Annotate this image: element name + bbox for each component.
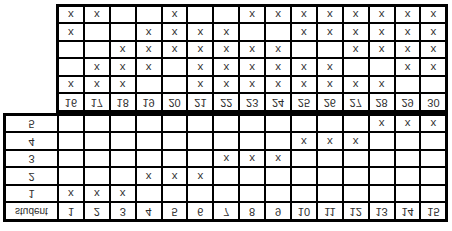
mark-cell: x [291, 133, 317, 151]
col-header: 30 [420, 94, 446, 112]
mark-cell: x [265, 76, 291, 94]
col-header: 27 [343, 94, 369, 112]
mark-cell: x [162, 6, 188, 24]
empty-cell [136, 76, 162, 94]
empty-cell [84, 150, 110, 168]
mark-cell: x [369, 76, 395, 94]
mirrored-table-wrapper: student1234567891011121314151xxx2xxx3xxx… [0, 0, 452, 231]
col-header: 9 [265, 203, 291, 221]
empty-cell [317, 115, 343, 133]
empty-cell [343, 150, 369, 168]
col-header: 1 [58, 203, 84, 221]
empty-cell [187, 185, 213, 203]
empty-cell [291, 41, 317, 59]
mark-cell: x [317, 6, 343, 24]
empty-cell [187, 115, 213, 133]
empty-cell [369, 150, 395, 168]
col-header: 28 [369, 94, 395, 112]
empty-cell [395, 168, 421, 186]
empty-cell [317, 185, 343, 203]
empty-cell [213, 168, 239, 186]
mark-cell: x [58, 76, 84, 94]
scanned-tally-table-image: student1234567891011121314151xxx2xxx3xxx… [0, 0, 452, 231]
mark-cell: x [291, 59, 317, 77]
empty-cell [420, 133, 446, 151]
empty-cell [239, 24, 265, 42]
empty-cell [369, 185, 395, 203]
mark-cell: x [239, 59, 265, 77]
mark-cell: x [84, 185, 110, 203]
mark-cell: x [58, 24, 84, 42]
mark-cell: x [369, 24, 395, 42]
empty-cell [187, 6, 213, 24]
empty-cell [136, 115, 162, 133]
mark-cell: x [265, 59, 291, 77]
col-header: 8 [239, 203, 265, 221]
empty-cell [162, 150, 188, 168]
empty-cell [213, 133, 239, 151]
empty-cell [162, 115, 188, 133]
mark-cell: x [343, 24, 369, 42]
mark-cell: x [84, 6, 110, 24]
mark-cell: x [239, 41, 265, 59]
mark-cell: x [136, 41, 162, 59]
mark-cell: x [239, 76, 265, 94]
mark-cell: x [162, 24, 188, 42]
col-header: 3 [110, 203, 136, 221]
empty-cell [343, 168, 369, 186]
mark-cell: x [110, 41, 136, 59]
empty-cell [162, 185, 188, 203]
empty-cell [317, 41, 343, 59]
empty-cell [110, 150, 136, 168]
mark-cell: x [84, 76, 110, 94]
empty-cell [395, 185, 421, 203]
empty-cell [317, 150, 343, 168]
empty-cell [265, 24, 291, 42]
empty-cell [58, 41, 84, 59]
mark-cell: x [395, 59, 421, 77]
mark-cell: x [84, 59, 110, 77]
empty-cell [136, 6, 162, 24]
empty-cell [110, 133, 136, 151]
empty-cell [84, 24, 110, 42]
empty-cell [317, 168, 343, 186]
mark-cell: x [420, 115, 446, 133]
col-header: 7 [213, 203, 239, 221]
mark-cell: x [110, 59, 136, 77]
mark-cell: x [317, 76, 343, 94]
mark-cell: x [369, 115, 395, 133]
empty-cell [343, 59, 369, 77]
mark-cell: x [187, 168, 213, 186]
empty-cell [84, 115, 110, 133]
section-students-1-15: student1234567891011121314151xxx2xxx3xxx… [3, 113, 448, 222]
mark-cell: x [317, 133, 343, 151]
row-label: 2 [5, 168, 58, 186]
empty-cell [420, 168, 446, 186]
empty-cell [187, 150, 213, 168]
empty-cell [395, 150, 421, 168]
col-header: 5 [162, 203, 188, 221]
empty-cell [162, 59, 188, 77]
empty-cell [110, 24, 136, 42]
mark-cell: x [265, 41, 291, 59]
row-label: 3 [5, 150, 58, 168]
col-header: 25 [291, 94, 317, 112]
mark-cell: x [291, 6, 317, 24]
empty-cell [369, 168, 395, 186]
empty-cell [213, 185, 239, 203]
row-label: 1 [5, 185, 58, 203]
corner-label: student [5, 203, 58, 221]
mark-cell: x [213, 150, 239, 168]
mark-cell: x [239, 6, 265, 24]
col-header: 11 [317, 203, 343, 221]
col-header: 15 [420, 203, 446, 221]
empty-cell [110, 115, 136, 133]
empty-cell [136, 185, 162, 203]
empty-cell [58, 150, 84, 168]
row-label: 5 [5, 115, 58, 133]
col-header: 23 [239, 94, 265, 112]
mark-cell: x [343, 41, 369, 59]
mark-cell: x [395, 41, 421, 59]
mark-cell: x [291, 76, 317, 94]
empty-cell [265, 185, 291, 203]
col-header: 10 [291, 203, 317, 221]
mark-cell: x [369, 6, 395, 24]
empty-cell [265, 115, 291, 133]
empty-cell [291, 168, 317, 186]
empty-cell [420, 76, 446, 94]
mark-cell: x [420, 6, 446, 24]
empty-cell [239, 168, 265, 186]
mark-cell: x [317, 59, 343, 77]
mark-cell: x [420, 59, 446, 77]
col-header: 26 [317, 94, 343, 112]
empty-cell [291, 150, 317, 168]
mark-cell: x [58, 185, 84, 203]
col-header: 20 [162, 94, 188, 112]
mark-cell: x [187, 76, 213, 94]
mark-cell: x [239, 150, 265, 168]
mark-cell: x [343, 76, 369, 94]
mark-cell: x [343, 6, 369, 24]
mark-cell: x [395, 6, 421, 24]
empty-cell [84, 41, 110, 59]
empty-cell [265, 168, 291, 186]
col-header: 17 [84, 94, 110, 112]
empty-cell [265, 133, 291, 151]
col-header: 4 [136, 203, 162, 221]
mark-cell: x [213, 76, 239, 94]
mark-cell: x [162, 168, 188, 186]
mark-cell: x [213, 24, 239, 42]
col-header: 6 [187, 203, 213, 221]
empty-cell [136, 150, 162, 168]
empty-cell [162, 133, 188, 151]
mark-cell: x [343, 133, 369, 151]
mark-cell: x [136, 168, 162, 186]
empty-cell [239, 133, 265, 151]
empty-cell [343, 185, 369, 203]
empty-cell [239, 115, 265, 133]
mark-cell: x [420, 41, 446, 59]
empty-cell [58, 133, 84, 151]
mark-cell: x [265, 150, 291, 168]
empty-cell [162, 76, 188, 94]
empty-cell [239, 185, 265, 203]
empty-cell [369, 59, 395, 77]
empty-cell [343, 115, 369, 133]
mark-cell: x [317, 24, 343, 42]
empty-cell [291, 185, 317, 203]
empty-cell [369, 133, 395, 151]
mark-cell: x [110, 185, 136, 203]
col-header: 21 [187, 94, 213, 112]
empty-cell [291, 115, 317, 133]
col-header: 24 [265, 94, 291, 112]
col-header: 13 [369, 203, 395, 221]
mark-cell: x [110, 76, 136, 94]
col-header: 29 [395, 94, 421, 112]
empty-cell [395, 133, 421, 151]
empty-cell [84, 168, 110, 186]
empty-cell [58, 115, 84, 133]
mark-cell: x [291, 24, 317, 42]
mark-cell: x [369, 41, 395, 59]
mark-cell: x [136, 59, 162, 77]
empty-cell [84, 133, 110, 151]
col-header: 14 [395, 203, 421, 221]
mark-cell: x [58, 6, 84, 24]
empty-cell [110, 168, 136, 186]
empty-cell [420, 150, 446, 168]
empty-cell [420, 185, 446, 203]
col-header: 16 [58, 94, 84, 112]
col-header: 18 [110, 94, 136, 112]
empty-cell [395, 76, 421, 94]
mark-cell: x [265, 6, 291, 24]
empty-cell [58, 59, 84, 77]
col-header: 12 [343, 203, 369, 221]
row-label: 4 [5, 133, 58, 151]
mark-cell: x [395, 115, 421, 133]
empty-cell [136, 133, 162, 151]
col-header: 22 [213, 94, 239, 112]
mark-cell: x [136, 24, 162, 42]
mark-cell: x [187, 59, 213, 77]
empty-cell [213, 6, 239, 24]
mark-cell: x [395, 24, 421, 42]
empty-cell [58, 168, 84, 186]
mark-cell: x [213, 41, 239, 59]
col-header: 19 [136, 94, 162, 112]
empty-cell [213, 115, 239, 133]
mark-cell: x [420, 24, 446, 42]
section-students-16-30: 161718192021222324252627282930xxxxxxxxxx… [56, 4, 448, 113]
col-header: 2 [84, 203, 110, 221]
empty-cell [187, 133, 213, 151]
mark-cell: x [213, 59, 239, 77]
mark-cell: x [187, 24, 213, 42]
mark-cell: x [187, 41, 213, 59]
empty-cell [110, 6, 136, 24]
mark-cell: x [162, 41, 188, 59]
